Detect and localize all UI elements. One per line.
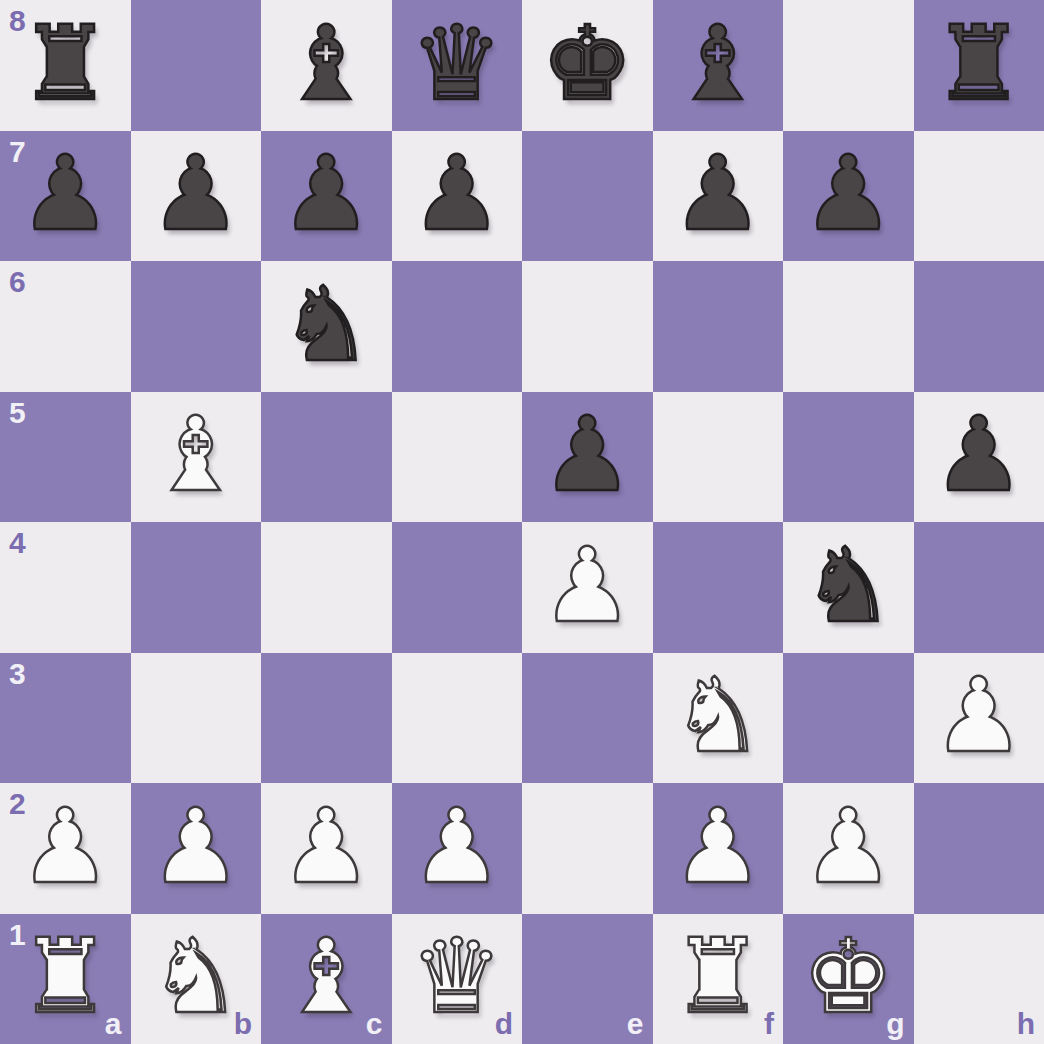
piece-black-knight[interactable]: ♞ xyxy=(802,534,894,637)
piece-white-pawn[interactable]: ♟ xyxy=(411,795,503,898)
square-e7[interactable] xyxy=(522,131,653,262)
square-d6[interactable] xyxy=(392,261,523,392)
square-h5[interactable]: ♟ xyxy=(914,392,1044,523)
square-e1[interactable]: e xyxy=(522,914,653,1044)
piece-black-pawn[interactable]: ♟ xyxy=(150,142,242,245)
square-g5[interactable] xyxy=(783,392,914,523)
square-c7[interactable]: ♟ xyxy=(261,131,392,262)
square-d7[interactable]: ♟ xyxy=(392,131,523,262)
square-e4[interactable]: ♟ xyxy=(522,522,653,653)
square-c6[interactable]: ♞ xyxy=(261,261,392,392)
piece-white-pawn[interactable]: ♟ xyxy=(672,795,764,898)
square-f2[interactable]: ♟ xyxy=(653,783,784,914)
square-f3[interactable]: ♞ xyxy=(653,653,784,784)
square-d4[interactable] xyxy=(392,522,523,653)
piece-black-pawn[interactable]: ♟ xyxy=(19,142,111,245)
square-f6[interactable] xyxy=(653,261,784,392)
square-f7[interactable]: ♟ xyxy=(653,131,784,262)
piece-black-bishop[interactable]: ♝ xyxy=(672,12,764,115)
piece-white-king[interactable]: ♚ xyxy=(802,925,894,1028)
square-h2[interactable] xyxy=(914,783,1044,914)
square-b3[interactable] xyxy=(131,653,262,784)
square-f8[interactable]: ♝ xyxy=(653,0,784,131)
square-d2[interactable]: ♟ xyxy=(392,783,523,914)
piece-black-king[interactable]: ♚ xyxy=(541,12,633,115)
piece-black-pawn[interactable]: ♟ xyxy=(672,142,764,245)
square-b4[interactable] xyxy=(131,522,262,653)
square-g2[interactable]: ♟ xyxy=(783,783,914,914)
square-h3[interactable]: ♟ xyxy=(914,653,1044,784)
square-g3[interactable] xyxy=(783,653,914,784)
chess-board: 8♜♝♛♚♝♜7♟♟♟♟♟♟6♞5♝♟♟4♟♞3♞♟2♟♟♟♟♟♟1a♜b♞c♝… xyxy=(0,0,1044,1044)
square-a8[interactable]: 8♜ xyxy=(0,0,131,131)
square-a3[interactable]: 3 xyxy=(0,653,131,784)
piece-black-bishop[interactable]: ♝ xyxy=(280,12,372,115)
square-d5[interactable] xyxy=(392,392,523,523)
rank-label-6: 6 xyxy=(9,267,26,297)
square-g1[interactable]: g♚ xyxy=(783,914,914,1044)
piece-white-knight[interactable]: ♞ xyxy=(150,925,242,1028)
piece-white-bishop[interactable]: ♝ xyxy=(150,403,242,506)
piece-black-pawn[interactable]: ♟ xyxy=(411,142,503,245)
square-h8[interactable]: ♜ xyxy=(914,0,1044,131)
piece-black-rook[interactable]: ♜ xyxy=(19,12,111,115)
square-b8[interactable] xyxy=(131,0,262,131)
square-h7[interactable] xyxy=(914,131,1044,262)
piece-black-pawn[interactable]: ♟ xyxy=(280,142,372,245)
square-d1[interactable]: d♛ xyxy=(392,914,523,1044)
square-f1[interactable]: f♜ xyxy=(653,914,784,1044)
piece-white-pawn[interactable]: ♟ xyxy=(541,534,633,637)
square-f5[interactable] xyxy=(653,392,784,523)
piece-black-rook[interactable]: ♜ xyxy=(933,12,1025,115)
square-c1[interactable]: c♝ xyxy=(261,914,392,1044)
square-e3[interactable] xyxy=(522,653,653,784)
piece-white-pawn[interactable]: ♟ xyxy=(802,795,894,898)
file-label-e: e xyxy=(627,1009,644,1039)
rank-label-5: 5 xyxy=(9,398,26,428)
square-a7[interactable]: 7♟ xyxy=(0,131,131,262)
square-e6[interactable] xyxy=(522,261,653,392)
square-b1[interactable]: b♞ xyxy=(131,914,262,1044)
square-e5[interactable]: ♟ xyxy=(522,392,653,523)
piece-white-rook[interactable]: ♜ xyxy=(19,925,111,1028)
square-g7[interactable]: ♟ xyxy=(783,131,914,262)
square-a1[interactable]: 1a♜ xyxy=(0,914,131,1044)
square-c4[interactable] xyxy=(261,522,392,653)
file-label-h: h xyxy=(1017,1009,1035,1039)
piece-white-knight[interactable]: ♞ xyxy=(672,664,764,767)
square-e8[interactable]: ♚ xyxy=(522,0,653,131)
piece-white-queen[interactable]: ♛ xyxy=(411,925,503,1028)
square-d3[interactable] xyxy=(392,653,523,784)
square-g8[interactable] xyxy=(783,0,914,131)
square-b6[interactable] xyxy=(131,261,262,392)
square-e2[interactable] xyxy=(522,783,653,914)
square-a4[interactable]: 4 xyxy=(0,522,131,653)
piece-black-pawn[interactable]: ♟ xyxy=(933,403,1025,506)
piece-white-rook[interactable]: ♜ xyxy=(672,925,764,1028)
rank-label-3: 3 xyxy=(9,659,26,689)
piece-white-pawn[interactable]: ♟ xyxy=(280,795,372,898)
piece-white-pawn[interactable]: ♟ xyxy=(150,795,242,898)
square-f4[interactable] xyxy=(653,522,784,653)
piece-black-pawn[interactable]: ♟ xyxy=(541,403,633,506)
square-c2[interactable]: ♟ xyxy=(261,783,392,914)
square-b7[interactable]: ♟ xyxy=(131,131,262,262)
square-h1[interactable]: h xyxy=(914,914,1044,1044)
square-b5[interactable]: ♝ xyxy=(131,392,262,523)
piece-white-bishop[interactable]: ♝ xyxy=(280,925,372,1028)
rank-label-4: 4 xyxy=(9,528,26,558)
square-b2[interactable]: ♟ xyxy=(131,783,262,914)
piece-black-knight[interactable]: ♞ xyxy=(280,273,372,376)
square-c5[interactable] xyxy=(261,392,392,523)
square-c3[interactable] xyxy=(261,653,392,784)
piece-white-pawn[interactable]: ♟ xyxy=(933,664,1025,767)
square-a5[interactable]: 5 xyxy=(0,392,131,523)
square-c8[interactable]: ♝ xyxy=(261,0,392,131)
square-d8[interactable]: ♛ xyxy=(392,0,523,131)
file-label-f: f xyxy=(764,1009,774,1039)
piece-black-queen[interactable]: ♛ xyxy=(411,12,503,115)
square-h6[interactable] xyxy=(914,261,1044,392)
piece-black-pawn[interactable]: ♟ xyxy=(802,142,894,245)
square-a2[interactable]: 2♟ xyxy=(0,783,131,914)
square-g4[interactable]: ♞ xyxy=(783,522,914,653)
square-a6[interactable]: 6 xyxy=(0,261,131,392)
square-h4[interactable] xyxy=(914,522,1044,653)
square-g6[interactable] xyxy=(783,261,914,392)
piece-white-pawn[interactable]: ♟ xyxy=(19,795,111,898)
